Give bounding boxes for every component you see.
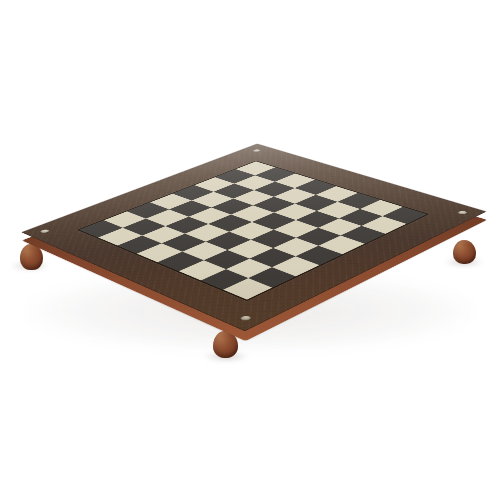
square-e4[interactable] bbox=[229, 222, 273, 240]
square-f4[interactable] bbox=[251, 230, 296, 248]
square-g5[interactable] bbox=[296, 228, 341, 246]
right-foot bbox=[453, 240, 476, 264]
square-f1[interactable] bbox=[179, 260, 226, 280]
square-h6[interactable] bbox=[341, 226, 386, 244]
square-g3[interactable] bbox=[250, 248, 296, 267]
square-d3[interactable] bbox=[185, 224, 229, 242]
square-e1[interactable] bbox=[157, 252, 203, 271]
perspective-wrapper bbox=[84, 54, 421, 391]
square-h1[interactable] bbox=[223, 278, 272, 299]
corner-screw-left bbox=[39, 229, 50, 233]
square-e2[interactable] bbox=[182, 242, 227, 261]
square-h7[interactable] bbox=[362, 216, 406, 233]
square-g1[interactable] bbox=[201, 269, 249, 290]
square-h3[interactable] bbox=[273, 256, 320, 276]
square-h4[interactable] bbox=[296, 246, 342, 265]
square-d2[interactable] bbox=[162, 234, 207, 252]
square-d1[interactable] bbox=[137, 243, 182, 262]
square-g2[interactable] bbox=[226, 258, 273, 278]
corner-screw-right bbox=[457, 210, 468, 214]
corner-screw-far bbox=[252, 149, 262, 152]
square-f5[interactable] bbox=[273, 220, 317, 238]
square-f2[interactable] bbox=[203, 250, 249, 269]
square-c1[interactable] bbox=[117, 236, 161, 254]
board-grid bbox=[79, 161, 426, 299]
square-g4[interactable] bbox=[273, 238, 319, 257]
square-h5[interactable] bbox=[319, 236, 365, 255]
photo-stage bbox=[0, 0, 500, 500]
playing-area bbox=[77, 160, 430, 301]
square-f3[interactable] bbox=[228, 240, 273, 259]
corner-screw-near bbox=[239, 315, 252, 321]
square-g6[interactable] bbox=[318, 218, 362, 235]
square-h2[interactable] bbox=[248, 267, 296, 288]
square-e3[interactable] bbox=[206, 232, 251, 250]
